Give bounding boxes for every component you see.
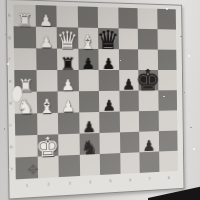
black-pawn-c4[interactable]: ♟ <box>82 120 96 135</box>
black-pawn-b7[interactable]: ♟ <box>143 139 156 154</box>
white-bishop-g4[interactable]: ♝ <box>79 33 96 52</box>
file-label-d: d <box>9 101 12 105</box>
white-pawn-h2[interactable]: ♟ <box>39 14 53 30</box>
file-label-e: e <box>9 79 12 83</box>
file-label-h: h <box>8 13 11 17</box>
rank-label-7: 7 <box>149 177 151 181</box>
dust-speck <box>193 148 195 150</box>
chess-board: ♜♟♟♛♝♛♜♟♟♜♟♟♚♞♝♟♟♟♚♞♟ ✥ 12345678 hgfedcb… <box>6 0 185 200</box>
file-label-g: g <box>8 35 11 39</box>
board-perspective-wrap: ♜♟♟♛♝♛♜♟♟♜♟♟♚♞♝♟♟♟♚♞♟ ✥ 12345678 hgfedcb… <box>6 0 185 200</box>
white-pawn-d3[interactable]: ♟ <box>61 100 75 115</box>
black-pawn-f5[interactable]: ♟ <box>102 57 115 72</box>
file-label-b: b <box>10 145 13 149</box>
rank-label-6: 6 <box>129 178 131 182</box>
dust-speck <box>188 55 190 57</box>
rank-label-2: 2 <box>47 183 50 187</box>
rank-label-8: 8 <box>168 176 170 180</box>
pieces-layer: ♜♟♟♛♝♛♜♟♟♜♟♟♚♞♝♟♟♟♚♞♟ <box>13 4 178 179</box>
black-rook-f3[interactable]: ♜ <box>60 55 76 72</box>
rank-label-3: 3 <box>68 182 71 186</box>
white-queen-g3[interactable]: ♛ <box>56 28 78 53</box>
white-king-b2[interactable]: ♚ <box>35 133 60 161</box>
rank-label-4: 4 <box>89 180 92 184</box>
rank-label-5: 5 <box>109 179 112 183</box>
black-knight-b4[interactable]: ♞ <box>81 138 98 158</box>
rank-label-1: 1 <box>26 184 29 188</box>
file-label-c: c <box>10 123 12 127</box>
white-bishop-d2[interactable]: ♝ <box>38 97 56 117</box>
corner-ornament-icon: ✥ <box>27 163 39 177</box>
white-pawn-e3[interactable]: ♟ <box>61 79 75 94</box>
file-label-a: a <box>10 166 13 170</box>
black-pawn-d5[interactable]: ♟ <box>102 99 115 114</box>
dust-speck <box>190 127 192 128</box>
chessboard-photo: ♜♟♟♛♝♛♜♟♟♜♟♟♚♞♝♟♟♟♚♞♟ ✥ 12345678 hgfedcb… <box>0 0 200 200</box>
dust-speck <box>4 128 5 130</box>
black-pawn-f4[interactable]: ♟ <box>82 57 96 72</box>
file-label-f: f <box>9 57 11 61</box>
black-queen-g5[interactable]: ♛ <box>97 27 120 53</box>
black-pawn-e6[interactable]: ♟ <box>122 78 135 93</box>
black-king-e7[interactable]: ♚ <box>135 66 161 95</box>
white-pawn-g2[interactable]: ♟ <box>39 35 53 51</box>
white-rook-h1[interactable]: ♜ <box>16 11 32 29</box>
dust-speck <box>184 92 185 93</box>
